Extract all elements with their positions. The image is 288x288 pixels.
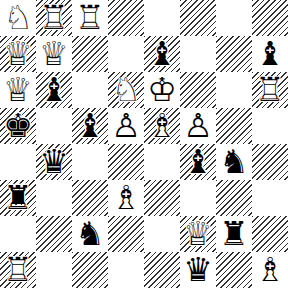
square-a2[interactable] — [0, 216, 36, 252]
piece-glyph: ♕ — [0, 72, 36, 108]
piece-glyph: ♜ — [0, 180, 36, 216]
square-h8[interactable] — [252, 0, 288, 36]
black-queen-piece: ♕♛ — [180, 252, 216, 288]
white-bishop-piece: ♝♗ — [108, 180, 144, 216]
white-queen-piece: ♛♕ — [0, 36, 36, 72]
white-bishop-piece: ♝♗ — [144, 108, 180, 144]
square-c7[interactable] — [72, 36, 108, 72]
piece-glyph: ♝ — [144, 36, 180, 72]
square-a6[interactable]: ♛♕ — [0, 72, 36, 108]
black-bishop-piece: ♗♝ — [180, 144, 216, 180]
square-e8[interactable] — [144, 0, 180, 36]
piece-glyph: ♞ — [216, 144, 252, 180]
square-e7[interactable]: ♗♝ — [144, 36, 180, 72]
square-e3[interactable] — [144, 180, 180, 216]
square-c5[interactable]: ♗♝ — [72, 108, 108, 144]
piece-glyph: ♕ — [180, 216, 216, 252]
square-c8[interactable]: ♜♖ — [72, 0, 108, 36]
square-c1[interactable] — [72, 252, 108, 288]
square-g4[interactable]: ♘♞ — [216, 144, 252, 180]
piece-glyph: ♜ — [216, 216, 252, 252]
square-b5[interactable] — [36, 108, 72, 144]
black-bishop-piece: ♗♝ — [36, 72, 72, 108]
piece-glyph: ♘ — [108, 72, 144, 108]
white-pawn-piece: ♟♙ — [180, 108, 216, 144]
white-king-piece: ♚♔ — [144, 72, 180, 108]
square-d4[interactable] — [108, 144, 144, 180]
square-d7[interactable] — [108, 36, 144, 72]
square-f3[interactable] — [180, 180, 216, 216]
piece-glyph: ♛ — [180, 252, 216, 288]
piece-glyph: ♞ — [72, 216, 108, 252]
square-d6[interactable]: ♞♘ — [108, 72, 144, 108]
square-e4[interactable] — [144, 144, 180, 180]
square-f5[interactable]: ♟♙ — [180, 108, 216, 144]
square-h1[interactable]: ♝♗ — [252, 252, 288, 288]
piece-glyph: ♚ — [0, 108, 36, 144]
square-h6[interactable]: ♜♖ — [252, 72, 288, 108]
square-f1[interactable]: ♕♛ — [180, 252, 216, 288]
black-bishop-piece: ♗♝ — [144, 36, 180, 72]
chess-board: ♞♘♜♖♜♖♛♕♛♕♗♝♗♝♛♕♗♝♞♘♚♔♜♖♔♚♗♝♟♙♝♗♟♙♕♛♗♝♘♞… — [0, 0, 288, 288]
square-d8[interactable] — [108, 0, 144, 36]
black-rook-piece: ♖♜ — [0, 180, 36, 216]
white-knight-piece: ♞♘ — [0, 0, 36, 36]
piece-glyph: ♔ — [144, 72, 180, 108]
piece-glyph: ♝ — [36, 72, 72, 108]
square-b7[interactable]: ♛♕ — [36, 36, 72, 72]
black-king-piece: ♔♚ — [0, 108, 36, 144]
square-g7[interactable] — [216, 36, 252, 72]
square-d5[interactable]: ♟♙ — [108, 108, 144, 144]
square-h4[interactable] — [252, 144, 288, 180]
square-e6[interactable]: ♚♔ — [144, 72, 180, 108]
white-knight-piece: ♞♘ — [108, 72, 144, 108]
piece-glyph: ♖ — [72, 0, 108, 36]
square-a1[interactable]: ♜♖ — [0, 252, 36, 288]
piece-glyph: ♕ — [36, 36, 72, 72]
piece-glyph: ♘ — [0, 0, 36, 36]
square-g1[interactable] — [216, 252, 252, 288]
black-bishop-piece: ♗♝ — [72, 108, 108, 144]
square-e1[interactable] — [144, 252, 180, 288]
square-f4[interactable]: ♗♝ — [180, 144, 216, 180]
square-a4[interactable] — [0, 144, 36, 180]
piece-glyph: ♛ — [36, 144, 72, 180]
square-g6[interactable] — [216, 72, 252, 108]
square-a5[interactable]: ♔♚ — [0, 108, 36, 144]
square-a7[interactable]: ♛♕ — [0, 36, 36, 72]
square-b1[interactable] — [36, 252, 72, 288]
white-rook-piece: ♜♖ — [252, 72, 288, 108]
square-b6[interactable]: ♗♝ — [36, 72, 72, 108]
square-d2[interactable] — [108, 216, 144, 252]
piece-glyph: ♙ — [108, 108, 144, 144]
square-c6[interactable] — [72, 72, 108, 108]
piece-glyph: ♙ — [180, 108, 216, 144]
piece-glyph: ♖ — [0, 252, 36, 288]
piece-glyph: ♖ — [252, 72, 288, 108]
piece-glyph: ♝ — [72, 108, 108, 144]
square-d1[interactable] — [108, 252, 144, 288]
white-bishop-piece: ♝♗ — [252, 252, 288, 288]
square-a3[interactable]: ♖♜ — [0, 180, 36, 216]
white-rook-piece: ♜♖ — [36, 0, 72, 36]
black-knight-piece: ♘♞ — [72, 216, 108, 252]
square-h3[interactable] — [252, 180, 288, 216]
black-queen-piece: ♕♛ — [36, 144, 72, 180]
square-d3[interactable]: ♝♗ — [108, 180, 144, 216]
square-c4[interactable] — [72, 144, 108, 180]
piece-glyph: ♗ — [252, 252, 288, 288]
piece-glyph: ♗ — [144, 108, 180, 144]
square-h5[interactable] — [252, 108, 288, 144]
square-g2[interactable]: ♖♜ — [216, 216, 252, 252]
piece-glyph: ♕ — [0, 36, 36, 72]
piece-glyph: ♝ — [252, 36, 288, 72]
square-e5[interactable]: ♝♗ — [144, 108, 180, 144]
black-knight-piece: ♘♞ — [216, 144, 252, 180]
square-b8[interactable]: ♜♖ — [36, 0, 72, 36]
piece-glyph: ♝ — [180, 144, 216, 180]
square-a8[interactable]: ♞♘ — [0, 0, 36, 36]
square-b2[interactable] — [36, 216, 72, 252]
white-queen-piece: ♛♕ — [36, 36, 72, 72]
black-rook-piece: ♖♜ — [216, 216, 252, 252]
square-b3[interactable] — [36, 180, 72, 216]
square-f6[interactable] — [180, 72, 216, 108]
square-g3[interactable] — [216, 180, 252, 216]
black-bishop-piece: ♗♝ — [252, 36, 288, 72]
piece-glyph: ♗ — [108, 180, 144, 216]
square-g8[interactable] — [216, 0, 252, 36]
square-b4[interactable]: ♕♛ — [36, 144, 72, 180]
square-f2[interactable]: ♛♕ — [180, 216, 216, 252]
square-f8[interactable] — [180, 0, 216, 36]
square-h7[interactable]: ♗♝ — [252, 36, 288, 72]
square-e2[interactable] — [144, 216, 180, 252]
square-h2[interactable] — [252, 216, 288, 252]
square-c3[interactable] — [72, 180, 108, 216]
white-queen-piece: ♛♕ — [0, 72, 36, 108]
square-g5[interactable] — [216, 108, 252, 144]
white-rook-piece: ♜♖ — [0, 252, 36, 288]
square-c2[interactable]: ♘♞ — [72, 216, 108, 252]
white-pawn-piece: ♟♙ — [108, 108, 144, 144]
square-f7[interactable] — [180, 36, 216, 72]
piece-glyph: ♖ — [36, 0, 72, 36]
white-queen-piece: ♛♕ — [180, 216, 216, 252]
white-rook-piece: ♜♖ — [72, 0, 108, 36]
